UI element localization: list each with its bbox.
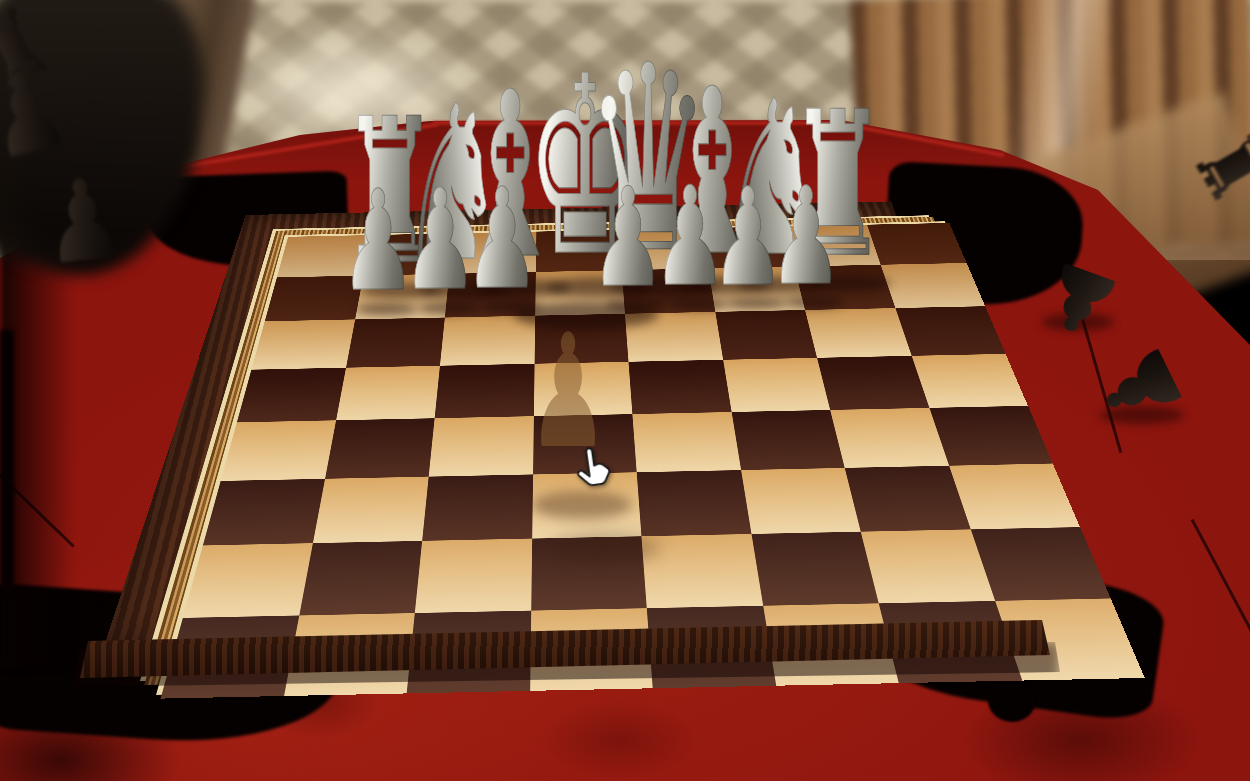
square-c3[interactable]: [715, 310, 817, 360]
square-c7[interactable]: [751, 532, 879, 606]
square-d3[interactable]: [625, 312, 723, 362]
square-h5[interactable]: [221, 420, 336, 480]
square-h7[interactable]: [183, 543, 313, 617]
square-f1[interactable]: [449, 232, 536, 274]
square-d5[interactable]: [632, 412, 740, 472]
square-e7[interactable]: [531, 536, 647, 610]
square-d2[interactable]: [622, 268, 715, 314]
square-c5[interactable]: [731, 410, 844, 470]
square-b4[interactable]: [817, 356, 929, 410]
square-h4[interactable]: [237, 367, 346, 422]
square-g4[interactable]: [336, 366, 440, 421]
square-f7[interactable]: [415, 539, 532, 613]
table-left-dark-gap: [0, 330, 14, 595]
chess-3d-scene: ♟ ♜♞♝♚♛♝♞♜♟♟♟♟♟♟♟♚♟♟♜ ♜♟♟: [0, 0, 1250, 781]
square-d4[interactable]: [628, 360, 731, 414]
square-c4[interactable]: [723, 358, 830, 412]
square-c2[interactable]: [708, 266, 805, 311]
square-b2[interactable]: [794, 265, 895, 310]
chess-board: [103, 201, 1052, 650]
square-f4[interactable]: [435, 364, 535, 419]
square-f2[interactable]: [445, 272, 536, 318]
square-g1[interactable]: [363, 233, 453, 275]
board-inlay-outer: [140, 215, 1112, 681]
square-g5[interactable]: [325, 418, 435, 478]
square-e3[interactable]: [534, 314, 628, 364]
square-h3[interactable]: [251, 319, 354, 369]
square-f3[interactable]: [440, 316, 535, 366]
square-d1[interactable]: [619, 228, 708, 270]
square-f6[interactable]: [422, 474, 533, 541]
square-b1[interactable]: [784, 225, 880, 267]
square-f5[interactable]: [429, 416, 534, 476]
square-h1[interactable]: [277, 235, 371, 277]
square-b5[interactable]: [830, 408, 948, 468]
square-g7[interactable]: [299, 541, 422, 615]
square-d6[interactable]: [637, 470, 751, 536]
square-g6[interactable]: [312, 476, 428, 543]
square-c6[interactable]: [741, 468, 861, 534]
hand-cursor: [569, 443, 617, 496]
recess-scallop: [988, 678, 1036, 722]
square-b3[interactable]: [805, 308, 911, 358]
square-h6[interactable]: [203, 479, 325, 546]
square-a1[interactable]: [867, 223, 967, 265]
board-inlay-rope: [144, 217, 1118, 685]
square-e2[interactable]: [535, 270, 625, 316]
square-e4[interactable]: [533, 362, 632, 417]
square-e1[interactable]: [536, 230, 622, 272]
square-d7[interactable]: [641, 534, 762, 608]
square-c1[interactable]: [701, 226, 794, 268]
square-h2[interactable]: [265, 275, 363, 321]
square-g2[interactable]: [355, 274, 450, 320]
square-g3[interactable]: [346, 318, 445, 368]
square-a2[interactable]: [880, 263, 985, 308]
table-far-edge-highlight: [433, 121, 845, 125]
